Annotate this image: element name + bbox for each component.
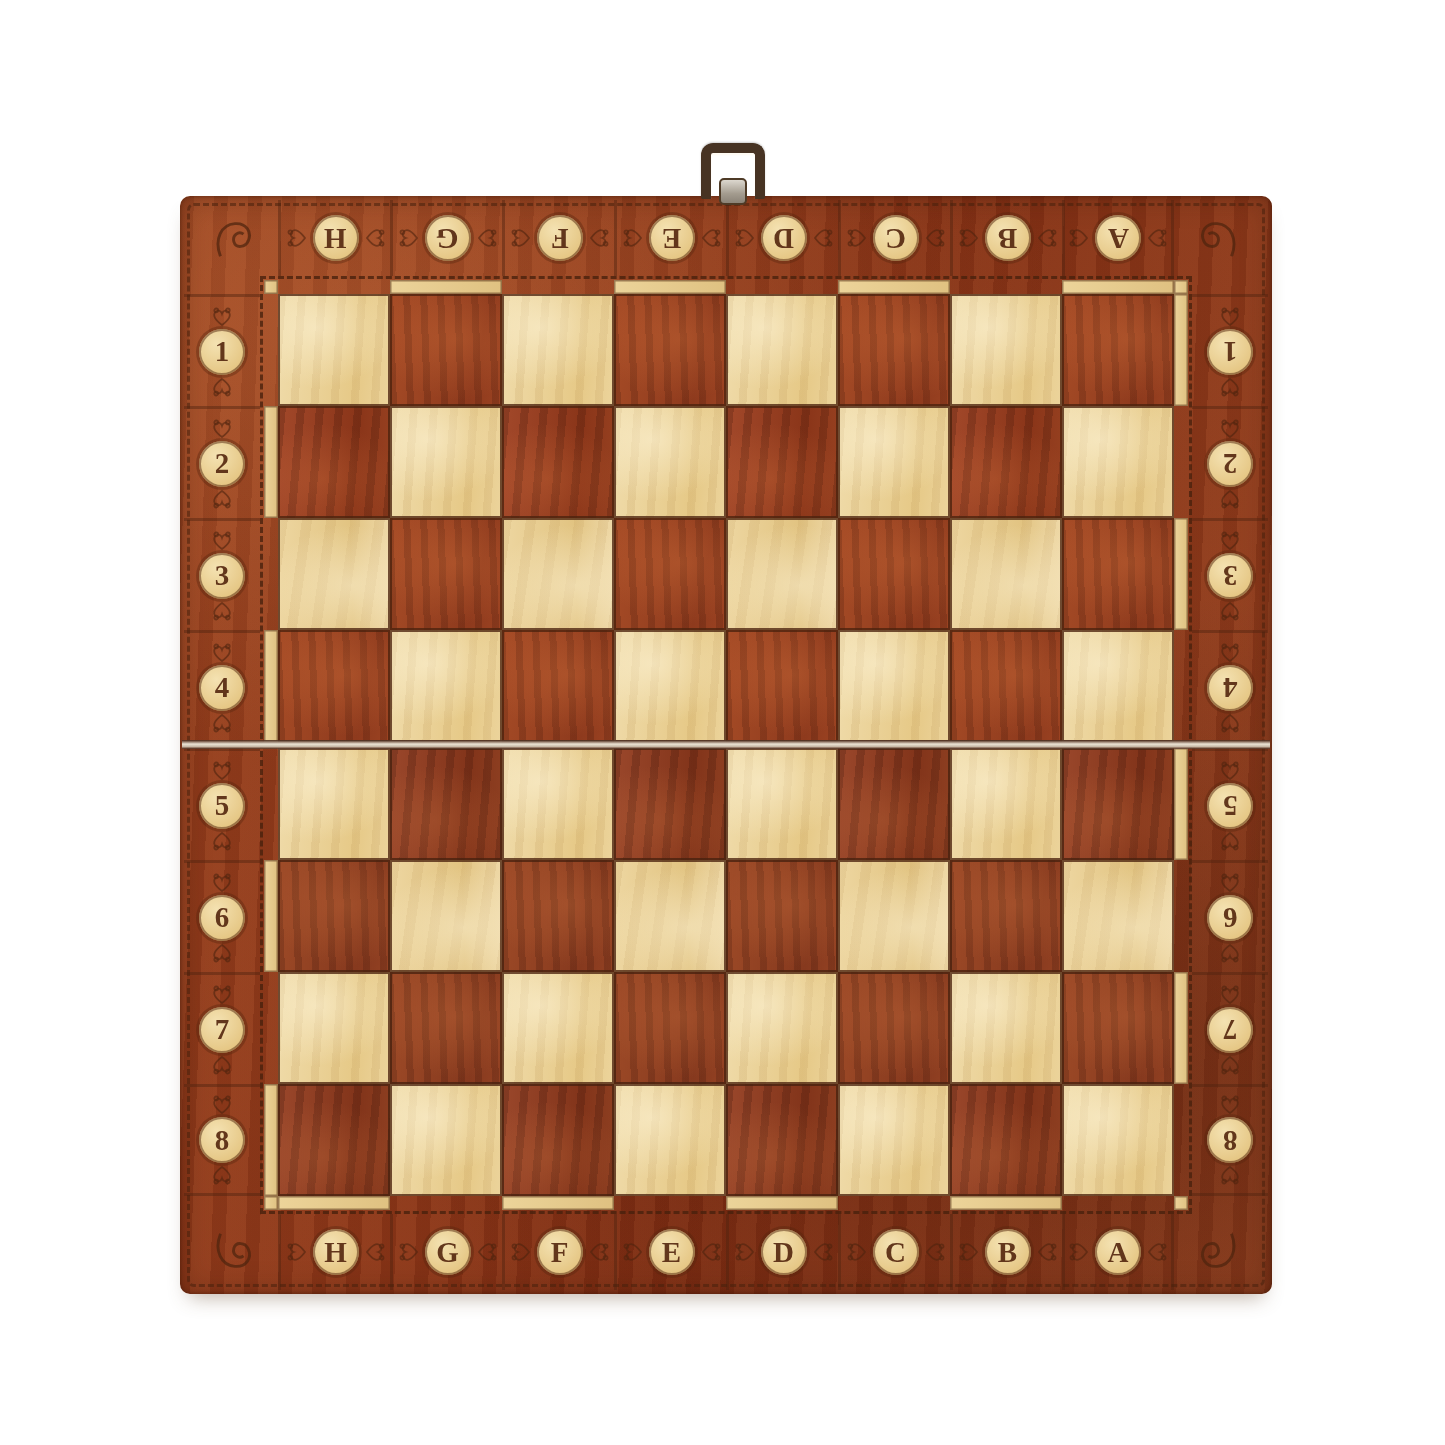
label-disc: H — [313, 215, 359, 261]
heart-ornament-icon — [1069, 226, 1089, 250]
file-labels-top: HGFEDCBA — [278, 200, 1174, 276]
heart-ornament-icon — [210, 713, 234, 733]
heart-ornament-icon — [1147, 1240, 1167, 1264]
rank-label-cell: 6 — [1192, 860, 1268, 972]
heart-ornament-icon — [589, 226, 609, 250]
gutter-segment — [726, 280, 838, 294]
rank-label: 8 — [215, 1126, 230, 1155]
heart-ornament-icon — [1147, 226, 1167, 250]
gutter-segment — [278, 280, 390, 294]
square-c7[interactable] — [838, 972, 950, 1084]
rank-label-cell: 3 — [184, 518, 260, 630]
gutter-segment — [1062, 280, 1174, 294]
label-disc: 7 — [1207, 1007, 1253, 1053]
square-a8[interactable] — [1062, 1084, 1174, 1196]
square-f7[interactable] — [502, 972, 614, 1084]
rank-label: 7 — [1223, 1015, 1238, 1044]
gutter-corner — [1174, 280, 1188, 294]
heart-ornament-icon — [735, 1240, 755, 1264]
file-label: E — [662, 224, 681, 253]
gutter-segment — [1062, 1196, 1174, 1210]
heart-ornament-icon — [813, 1240, 833, 1264]
gutter-segment — [264, 748, 278, 860]
heart-ornament-icon — [365, 226, 385, 250]
heart-ornament-icon — [623, 1240, 643, 1264]
heart-ornament-icon — [1218, 985, 1242, 1005]
rank-label: 1 — [1223, 337, 1238, 366]
label-disc: D — [761, 215, 807, 261]
file-label: F — [551, 224, 569, 253]
file-label: D — [773, 224, 794, 253]
rank-label: 3 — [1223, 561, 1238, 590]
label-disc: 1 — [1207, 329, 1253, 375]
gutter-segment — [502, 1196, 614, 1210]
square-h7[interactable] — [278, 972, 390, 1084]
label-disc: E — [649, 1229, 695, 1275]
file-label: C — [885, 224, 906, 253]
rank-label-cell: 7 — [1192, 972, 1268, 1084]
heart-ornament-icon — [1218, 873, 1242, 893]
heart-ornament-icon — [1218, 489, 1242, 509]
heart-ornament-icon — [210, 761, 234, 781]
square-e8[interactable] — [614, 1084, 726, 1196]
label-disc: G — [425, 1229, 471, 1275]
file-label: G — [436, 224, 459, 253]
square-h2[interactable] — [278, 406, 390, 518]
heart-ornament-icon — [287, 226, 307, 250]
rank-label-cell: 2 — [184, 406, 260, 518]
label-disc: C — [873, 1229, 919, 1275]
gutter-segment — [1174, 406, 1188, 518]
file-label-cell: E — [614, 200, 726, 276]
label-disc: 4 — [199, 665, 245, 711]
square-c4[interactable] — [838, 630, 950, 742]
corner-scroll-icon — [188, 1216, 276, 1286]
gutter-segment — [1174, 630, 1188, 742]
file-label: A — [1108, 224, 1129, 253]
square-d1[interactable] — [726, 294, 838, 406]
gutter-segment — [264, 860, 278, 972]
rank-label-cell: 6 — [184, 860, 260, 972]
rank-label-cell: 7 — [184, 972, 260, 1084]
square-h4[interactable] — [278, 630, 390, 742]
gutter-segment — [390, 1196, 502, 1210]
square-d5[interactable] — [726, 748, 838, 860]
file-label-cell: F — [502, 1214, 614, 1290]
gutter-segment — [838, 280, 950, 294]
label-disc: 7 — [199, 1007, 245, 1053]
heart-ornament-icon — [210, 1055, 234, 1075]
gutter-segment — [264, 1084, 278, 1196]
gutter-segment — [950, 280, 1062, 294]
label-disc: 2 — [199, 441, 245, 487]
heart-ornament-icon — [210, 873, 234, 893]
label-disc: H — [313, 1229, 359, 1275]
label-disc: B — [985, 1229, 1031, 1275]
square-c3[interactable] — [838, 518, 950, 630]
label-disc: 2 — [1207, 441, 1253, 487]
heart-ornament-icon — [1069, 1240, 1089, 1264]
heart-ornament-icon — [210, 489, 234, 509]
square-d3[interactable] — [726, 518, 838, 630]
gutter-corner — [264, 280, 278, 294]
heart-ornament-icon — [399, 226, 419, 250]
gutter-segment — [1174, 748, 1188, 860]
label-disc: 4 — [1207, 665, 1253, 711]
square-d6[interactable] — [726, 860, 838, 972]
heart-ornament-icon — [847, 226, 867, 250]
label-disc: 8 — [199, 1117, 245, 1163]
heart-ornament-icon — [1218, 831, 1242, 851]
gutter-segment — [390, 280, 502, 294]
label-disc: A — [1095, 1229, 1141, 1275]
heart-ornament-icon — [1218, 377, 1242, 397]
square-f6[interactable] — [502, 860, 614, 972]
gutter-segment — [950, 1196, 1062, 1210]
square-c1[interactable] — [838, 294, 950, 406]
heart-ornament-icon — [477, 1240, 497, 1264]
heart-ornament-icon — [1037, 226, 1057, 250]
square-g3[interactable] — [390, 518, 502, 630]
rank-label-cell: 1 — [1192, 294, 1268, 406]
square-a4[interactable] — [1062, 630, 1174, 742]
label-disc: B — [985, 215, 1031, 261]
file-label: D — [773, 1238, 794, 1267]
heart-ornament-icon — [1218, 307, 1242, 327]
file-label: H — [324, 1238, 347, 1267]
heart-ornament-icon — [399, 1240, 419, 1264]
label-disc: 1 — [199, 329, 245, 375]
rank-label-cell: 4 — [1192, 630, 1268, 742]
square-h8[interactable] — [278, 1084, 390, 1196]
file-label-cell: E — [614, 1214, 726, 1290]
rank-label-cell: 4 — [184, 630, 260, 742]
corner-scroll-icon — [188, 204, 276, 274]
gutter-segment — [614, 280, 726, 294]
heart-ornament-icon — [287, 1240, 307, 1264]
rank-label: 5 — [215, 791, 230, 820]
heart-ornament-icon — [1218, 1055, 1242, 1075]
rank-label-cell: 3 — [1192, 518, 1268, 630]
clasp-knob-icon — [719, 178, 747, 205]
file-label-cell: D — [726, 1214, 838, 1290]
heart-ornament-icon — [210, 643, 234, 663]
gutter-segment — [264, 972, 278, 1084]
heart-ornament-icon — [210, 1095, 234, 1115]
heart-ornament-icon — [589, 1240, 609, 1264]
square-f2[interactable] — [502, 406, 614, 518]
heart-ornament-icon — [1037, 1240, 1057, 1264]
fold-seam — [182, 740, 1270, 749]
corner-scroll-icon — [1176, 204, 1264, 274]
square-c2[interactable] — [838, 406, 950, 518]
heart-ornament-icon — [210, 1165, 234, 1185]
file-label-cell: G — [390, 1214, 502, 1290]
rank-label-cell: 5 — [184, 748, 260, 860]
label-disc: C — [873, 215, 919, 261]
heart-ornament-icon — [701, 226, 721, 250]
gutter-segment — [278, 1196, 390, 1210]
square-e6[interactable] — [614, 860, 726, 972]
heart-ornament-icon — [735, 226, 755, 250]
file-label: B — [998, 224, 1017, 253]
gutter-segment — [264, 406, 278, 518]
heart-ornament-icon — [1218, 531, 1242, 551]
file-label-cell: B — [950, 1214, 1062, 1290]
heart-ornament-icon — [959, 1240, 979, 1264]
heart-ornament-icon — [813, 226, 833, 250]
square-a6[interactable] — [1062, 860, 1174, 972]
rank-label: 4 — [1223, 673, 1238, 702]
heart-ornament-icon — [701, 1240, 721, 1264]
square-h1[interactable] — [278, 294, 390, 406]
rank-label-cell: 8 — [1192, 1084, 1268, 1196]
square-g7[interactable] — [390, 972, 502, 1084]
gutter-segment — [264, 294, 278, 406]
heart-ornament-icon — [1218, 601, 1242, 621]
rank-label-cell: 8 — [184, 1084, 260, 1196]
square-b8[interactable] — [950, 1084, 1062, 1196]
gutter-segment — [264, 518, 278, 630]
file-label-cell: A — [1062, 200, 1174, 276]
heart-ornament-icon — [1218, 1095, 1242, 1115]
label-disc: 6 — [1207, 895, 1253, 941]
square-e2[interactable] — [614, 406, 726, 518]
heart-ornament-icon — [365, 1240, 385, 1264]
heart-ornament-icon — [623, 226, 643, 250]
square-c5[interactable] — [838, 748, 950, 860]
rank-label: 6 — [215, 903, 230, 932]
gutter-segment — [838, 1196, 950, 1210]
heart-ornament-icon — [210, 831, 234, 851]
rank-label-cell: 1 — [184, 294, 260, 406]
square-a1[interactable] — [1062, 294, 1174, 406]
square-c6[interactable] — [838, 860, 950, 972]
label-disc: G — [425, 215, 471, 261]
file-label-cell: C — [838, 1214, 950, 1290]
square-d7[interactable] — [726, 972, 838, 1084]
file-label-cell: H — [278, 1214, 390, 1290]
square-a2[interactable] — [1062, 406, 1174, 518]
heart-ornament-icon — [925, 1240, 945, 1264]
heart-ornament-icon — [1218, 943, 1242, 963]
label-disc: 8 — [1207, 1117, 1253, 1163]
heart-ornament-icon — [210, 419, 234, 439]
label-disc: F — [537, 1229, 583, 1275]
square-d8[interactable] — [726, 1084, 838, 1196]
heart-ornament-icon — [925, 226, 945, 250]
rank-label: 3 — [215, 561, 230, 590]
square-d4[interactable] — [726, 630, 838, 742]
square-a5[interactable] — [1062, 748, 1174, 860]
square-a3[interactable] — [1062, 518, 1174, 630]
heart-ornament-icon — [1218, 713, 1242, 733]
label-disc: 3 — [1207, 553, 1253, 599]
square-b1[interactable] — [950, 294, 1062, 406]
label-disc: E — [649, 215, 695, 261]
square-f8[interactable] — [502, 1084, 614, 1196]
square-e5[interactable] — [614, 748, 726, 860]
rank-label-cell: 2 — [1192, 406, 1268, 518]
square-d2[interactable] — [726, 406, 838, 518]
file-label-cell: F — [502, 200, 614, 276]
square-g8[interactable] — [390, 1084, 502, 1196]
heart-ornament-icon — [847, 1240, 867, 1264]
square-b5[interactable] — [950, 748, 1062, 860]
gutter-segment — [614, 1196, 726, 1210]
file-label: G — [436, 1238, 459, 1267]
file-label-cell: D — [726, 200, 838, 276]
square-a7[interactable] — [1062, 972, 1174, 1084]
file-label: F — [551, 1238, 569, 1267]
square-h6[interactable] — [278, 860, 390, 972]
square-e4[interactable] — [614, 630, 726, 742]
heart-ornament-icon — [210, 307, 234, 327]
square-f4[interactable] — [502, 630, 614, 742]
heart-ornament-icon — [511, 226, 531, 250]
gutter-segment — [1174, 294, 1188, 406]
square-g1[interactable] — [390, 294, 502, 406]
square-c8[interactable] — [838, 1084, 950, 1196]
square-b3[interactable] — [950, 518, 1062, 630]
square-b4[interactable] — [950, 630, 1062, 742]
file-label: E — [662, 1238, 681, 1267]
label-disc: 5 — [199, 783, 245, 829]
square-b7[interactable] — [950, 972, 1062, 1084]
rank-label: 2 — [215, 449, 230, 478]
heart-ornament-icon — [210, 377, 234, 397]
file-label: A — [1108, 1238, 1129, 1267]
square-e3[interactable] — [614, 518, 726, 630]
file-label-cell: A — [1062, 1214, 1174, 1290]
gutter-segment — [1174, 1084, 1188, 1196]
gutter-segment — [726, 1196, 838, 1210]
file-label-cell: G — [390, 200, 502, 276]
file-labels-bottom: HGFEDCBA — [278, 1214, 1174, 1290]
square-h3[interactable] — [278, 518, 390, 630]
file-label: H — [324, 224, 347, 253]
chess-board: HGFEDCBA HGFEDCBA 12345678 12345678 — [180, 196, 1272, 1294]
file-label: B — [998, 1238, 1017, 1267]
file-label-cell: C — [838, 200, 950, 276]
square-g4[interactable] — [390, 630, 502, 742]
square-g5[interactable] — [390, 748, 502, 860]
heart-ornament-icon — [959, 226, 979, 250]
rank-label: 7 — [215, 1015, 230, 1044]
heart-ornament-icon — [1218, 643, 1242, 663]
label-disc: 3 — [199, 553, 245, 599]
gutter-segment — [1174, 518, 1188, 630]
square-g6[interactable] — [390, 860, 502, 972]
heart-ornament-icon — [210, 943, 234, 963]
label-disc: F — [537, 215, 583, 261]
square-b2[interactable] — [950, 406, 1062, 518]
heart-ornament-icon — [210, 985, 234, 1005]
rank-label: 1 — [215, 337, 230, 366]
square-f3[interactable] — [502, 518, 614, 630]
rank-label: 8 — [1223, 1126, 1238, 1155]
square-h5[interactable] — [278, 748, 390, 860]
gutter-corner — [1174, 1196, 1188, 1210]
label-disc: 6 — [199, 895, 245, 941]
label-disc: D — [761, 1229, 807, 1275]
heart-ornament-icon — [210, 531, 234, 551]
heart-ornament-icon — [210, 601, 234, 621]
heart-ornament-icon — [477, 226, 497, 250]
rank-label: 5 — [1223, 791, 1238, 820]
gutter-segment — [1174, 860, 1188, 972]
square-g2[interactable] — [390, 406, 502, 518]
file-label: C — [885, 1238, 906, 1267]
heart-ornament-icon — [1218, 761, 1242, 781]
rank-label-cell: 5 — [1192, 748, 1268, 860]
gutter-corner — [264, 1196, 278, 1210]
label-disc: 5 — [1207, 783, 1253, 829]
square-b6[interactable] — [950, 860, 1062, 972]
heart-ornament-icon — [1218, 419, 1242, 439]
gutter-segment — [502, 280, 614, 294]
rank-label: 6 — [1223, 903, 1238, 932]
gutter-segment — [264, 630, 278, 742]
file-label-cell: H — [278, 200, 390, 276]
rank-label: 2 — [1223, 449, 1238, 478]
corner-scroll-icon — [1176, 1216, 1264, 1286]
label-disc: A — [1095, 215, 1141, 261]
gutter-segment — [1174, 972, 1188, 1084]
photo-stage: HGFEDCBA HGFEDCBA 12345678 12345678 — [0, 0, 1445, 1445]
square-e1[interactable] — [614, 294, 726, 406]
rank-label: 4 — [215, 673, 230, 702]
square-f1[interactable] — [502, 294, 614, 406]
file-label-cell: B — [950, 200, 1062, 276]
heart-ornament-icon — [511, 1240, 531, 1264]
square-f5[interactable] — [502, 748, 614, 860]
heart-ornament-icon — [1218, 1165, 1242, 1185]
square-e7[interactable] — [614, 972, 726, 1084]
